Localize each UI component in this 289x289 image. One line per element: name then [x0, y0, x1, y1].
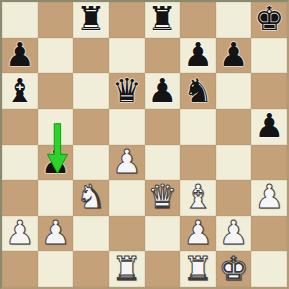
square-a6[interactable]: ♝	[2, 73, 38, 109]
square-g5[interactable]	[216, 109, 252, 145]
square-h6[interactable]	[251, 73, 287, 109]
square-g2[interactable]: ♟	[216, 216, 252, 252]
square-a7[interactable]: ♟	[2, 38, 38, 74]
black-pawn-f7[interactable]: ♟	[183, 38, 213, 71]
square-a3[interactable]	[2, 180, 38, 216]
square-b5[interactable]	[38, 109, 74, 145]
chess-board: ♜♜♚♟♟♟♝♛♟♞♟♟♟♞♛♝♟♟♟♟♟♜♜♚	[0, 0, 289, 289]
square-c2[interactable]	[73, 216, 109, 252]
black-bishop-a6[interactable]: ♝	[5, 74, 35, 107]
black-knight-f6[interactable]: ♞	[183, 74, 213, 107]
square-a4[interactable]	[2, 145, 38, 181]
square-d1[interactable]: ♜	[109, 251, 145, 287]
square-d7[interactable]	[109, 38, 145, 74]
square-g3[interactable]	[216, 180, 252, 216]
black-pawn-b4[interactable]: ♟	[41, 145, 71, 178]
square-c5[interactable]	[73, 109, 109, 145]
square-c7[interactable]	[73, 38, 109, 74]
white-bishop-f3[interactable]: ♝	[183, 180, 213, 213]
square-e5[interactable]	[145, 109, 181, 145]
square-b1[interactable]	[38, 251, 74, 287]
square-f6[interactable]: ♞	[180, 73, 216, 109]
square-d4[interactable]: ♟	[109, 145, 145, 181]
white-pawn-g2[interactable]: ♟	[219, 216, 249, 249]
black-rook-e8[interactable]: ♜	[148, 2, 178, 35]
square-d3[interactable]	[109, 180, 145, 216]
square-e1[interactable]	[145, 251, 181, 287]
black-pawn-a7[interactable]: ♟	[5, 38, 35, 71]
white-rook-f1[interactable]: ♜	[183, 252, 213, 285]
square-h7[interactable]	[251, 38, 287, 74]
square-g1[interactable]: ♚	[216, 251, 252, 287]
square-a8[interactable]	[2, 2, 38, 38]
board-grid: ♜♜♚♟♟♟♝♛♟♞♟♟♟♞♛♝♟♟♟♟♟♜♜♚	[2, 2, 287, 287]
square-f5[interactable]	[180, 109, 216, 145]
black-pawn-e6[interactable]: ♟	[148, 74, 178, 107]
square-h8[interactable]: ♚	[251, 2, 287, 38]
square-a5[interactable]	[2, 109, 38, 145]
square-b2[interactable]: ♟	[38, 216, 74, 252]
square-h1[interactable]	[251, 251, 287, 287]
square-b6[interactable]	[38, 73, 74, 109]
white-king-g1[interactable]: ♚	[219, 252, 249, 285]
white-pawn-d4[interactable]: ♟	[112, 145, 142, 178]
square-d6[interactable]: ♛	[109, 73, 145, 109]
square-g8[interactable]	[216, 2, 252, 38]
square-c1[interactable]	[73, 251, 109, 287]
square-e6[interactable]: ♟	[145, 73, 181, 109]
white-pawn-b2[interactable]: ♟	[41, 216, 71, 249]
white-pawn-f2[interactable]: ♟	[183, 216, 213, 249]
square-f3[interactable]: ♝	[180, 180, 216, 216]
white-rook-d1[interactable]: ♜	[112, 252, 142, 285]
black-pawn-h5[interactable]: ♟	[254, 109, 284, 142]
square-b8[interactable]	[38, 2, 74, 38]
white-queen-e3[interactable]: ♛	[148, 180, 178, 213]
square-b3[interactable]	[38, 180, 74, 216]
square-c3[interactable]: ♞	[73, 180, 109, 216]
square-e4[interactable]	[145, 145, 181, 181]
white-pawn-a2[interactable]: ♟	[5, 216, 35, 249]
square-d8[interactable]	[109, 2, 145, 38]
square-e2[interactable]	[145, 216, 181, 252]
square-g6[interactable]	[216, 73, 252, 109]
square-b4[interactable]: ♟	[38, 145, 74, 181]
black-pawn-g7[interactable]: ♟	[219, 38, 249, 71]
square-a2[interactable]: ♟	[2, 216, 38, 252]
square-e8[interactable]: ♜	[145, 2, 181, 38]
square-f7[interactable]: ♟	[180, 38, 216, 74]
square-d2[interactable]	[109, 216, 145, 252]
black-king-h8[interactable]: ♚	[254, 2, 284, 35]
black-rook-c8[interactable]: ♜	[76, 2, 106, 35]
square-g7[interactable]: ♟	[216, 38, 252, 74]
square-c4[interactable]	[73, 145, 109, 181]
square-g4[interactable]	[216, 145, 252, 181]
square-e3[interactable]: ♛	[145, 180, 181, 216]
square-b7[interactable]	[38, 38, 74, 74]
square-h5[interactable]: ♟	[251, 109, 287, 145]
square-f8[interactable]	[180, 2, 216, 38]
square-a1[interactable]	[2, 251, 38, 287]
square-c6[interactable]	[73, 73, 109, 109]
square-h3[interactable]: ♟	[251, 180, 287, 216]
square-c8[interactable]: ♜	[73, 2, 109, 38]
white-knight-c3[interactable]: ♞	[76, 180, 106, 213]
square-e7[interactable]	[145, 38, 181, 74]
square-f1[interactable]: ♜	[180, 251, 216, 287]
square-h2[interactable]	[251, 216, 287, 252]
square-h4[interactable]	[251, 145, 287, 181]
black-queen-d6[interactable]: ♛	[112, 74, 142, 107]
square-f4[interactable]	[180, 145, 216, 181]
square-d5[interactable]	[109, 109, 145, 145]
square-f2[interactable]: ♟	[180, 216, 216, 252]
white-pawn-h3[interactable]: ♟	[254, 180, 284, 213]
